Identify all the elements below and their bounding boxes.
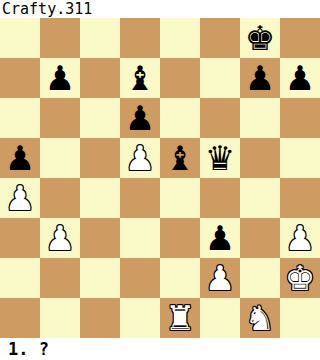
square-f5[interactable]: ♛ (200, 138, 240, 178)
black-pawn-d6[interactable]: ♟ (120, 98, 160, 138)
square-b7[interactable]: ♟ (40, 58, 80, 98)
square-c7[interactable] (80, 58, 120, 98)
square-e4[interactable] (160, 178, 200, 218)
black-bishop-d7[interactable]: ♝ (120, 58, 160, 98)
white-pawn-h3[interactable]: ♟ (280, 218, 320, 258)
square-c6[interactable] (80, 98, 120, 138)
square-d8[interactable] (120, 18, 160, 58)
black-pawn-a5[interactable]: ♟ (0, 138, 40, 178)
square-f6[interactable] (200, 98, 240, 138)
black-king-g8[interactable]: ♚ (240, 18, 280, 58)
square-h1[interactable] (280, 298, 320, 338)
square-d5[interactable]: ♟ (120, 138, 160, 178)
square-g6[interactable] (240, 98, 280, 138)
square-g5[interactable] (240, 138, 280, 178)
square-g4[interactable] (240, 178, 280, 218)
square-g3[interactable] (240, 218, 280, 258)
square-f7[interactable] (200, 58, 240, 98)
square-a7[interactable] (0, 58, 40, 98)
square-c8[interactable] (80, 18, 120, 58)
black-pawn-h7[interactable]: ♟ (280, 58, 320, 98)
square-b5[interactable] (40, 138, 80, 178)
square-d2[interactable] (120, 258, 160, 298)
square-b2[interactable] (40, 258, 80, 298)
square-b8[interactable] (40, 18, 80, 58)
black-pawn-f3[interactable]: ♟ (200, 218, 240, 258)
square-c3[interactable] (80, 218, 120, 258)
square-b4[interactable] (40, 178, 80, 218)
black-bishop-e5[interactable]: ♝ (160, 138, 200, 178)
move-prompt: 1. ? (0, 338, 320, 360)
square-e8[interactable] (160, 18, 200, 58)
square-d3[interactable] (120, 218, 160, 258)
square-a5[interactable]: ♟ (0, 138, 40, 178)
white-rook-e1[interactable]: ♜ (160, 298, 200, 338)
square-e7[interactable] (160, 58, 200, 98)
black-queen-f5[interactable]: ♛ (200, 138, 240, 178)
square-g2[interactable] (240, 258, 280, 298)
white-pawn-d5[interactable]: ♟ (120, 138, 160, 178)
square-d4[interactable] (120, 178, 160, 218)
white-pawn-a4[interactable]: ♟ (0, 178, 40, 218)
square-a3[interactable] (0, 218, 40, 258)
black-pawn-g7[interactable]: ♟ (240, 58, 280, 98)
square-b6[interactable] (40, 98, 80, 138)
square-e2[interactable] (160, 258, 200, 298)
square-f1[interactable] (200, 298, 240, 338)
square-f3[interactable]: ♟ (200, 218, 240, 258)
square-a8[interactable] (0, 18, 40, 58)
square-d7[interactable]: ♝ (120, 58, 160, 98)
square-b3[interactable]: ♟ (40, 218, 80, 258)
square-a1[interactable] (0, 298, 40, 338)
black-pawn-b7[interactable]: ♟ (40, 58, 80, 98)
square-a4[interactable]: ♟ (0, 178, 40, 218)
square-a6[interactable] (0, 98, 40, 138)
square-g8[interactable]: ♚ (240, 18, 280, 58)
square-d1[interactable] (120, 298, 160, 338)
white-king-h2[interactable]: ♚ (280, 258, 320, 298)
square-c2[interactable] (80, 258, 120, 298)
square-b1[interactable] (40, 298, 80, 338)
square-h6[interactable] (280, 98, 320, 138)
square-g7[interactable]: ♟ (240, 58, 280, 98)
square-f2[interactable]: ♟ (200, 258, 240, 298)
square-e6[interactable] (160, 98, 200, 138)
white-knight-g1[interactable]: ♞ (240, 298, 280, 338)
square-e3[interactable] (160, 218, 200, 258)
chess-board: ♚♟♝♟♟♟♟♟♝♛♟♟♟♟♟♚♜♞ (0, 18, 320, 338)
square-h8[interactable] (280, 18, 320, 58)
square-d6[interactable]: ♟ (120, 98, 160, 138)
white-pawn-f2[interactable]: ♟ (200, 258, 240, 298)
square-g1[interactable]: ♞ (240, 298, 280, 338)
square-h7[interactable]: ♟ (280, 58, 320, 98)
square-e5[interactable]: ♝ (160, 138, 200, 178)
square-c1[interactable] (80, 298, 120, 338)
square-h2[interactable]: ♚ (280, 258, 320, 298)
square-h3[interactable]: ♟ (280, 218, 320, 258)
square-e1[interactable]: ♜ (160, 298, 200, 338)
square-a2[interactable] (0, 258, 40, 298)
square-c4[interactable] (80, 178, 120, 218)
square-c5[interactable] (80, 138, 120, 178)
square-h4[interactable] (280, 178, 320, 218)
square-h5[interactable] (280, 138, 320, 178)
square-f4[interactable] (200, 178, 240, 218)
window-title: Crafty.311 (0, 0, 320, 18)
square-f8[interactable] (200, 18, 240, 58)
white-pawn-b3[interactable]: ♟ (40, 218, 80, 258)
